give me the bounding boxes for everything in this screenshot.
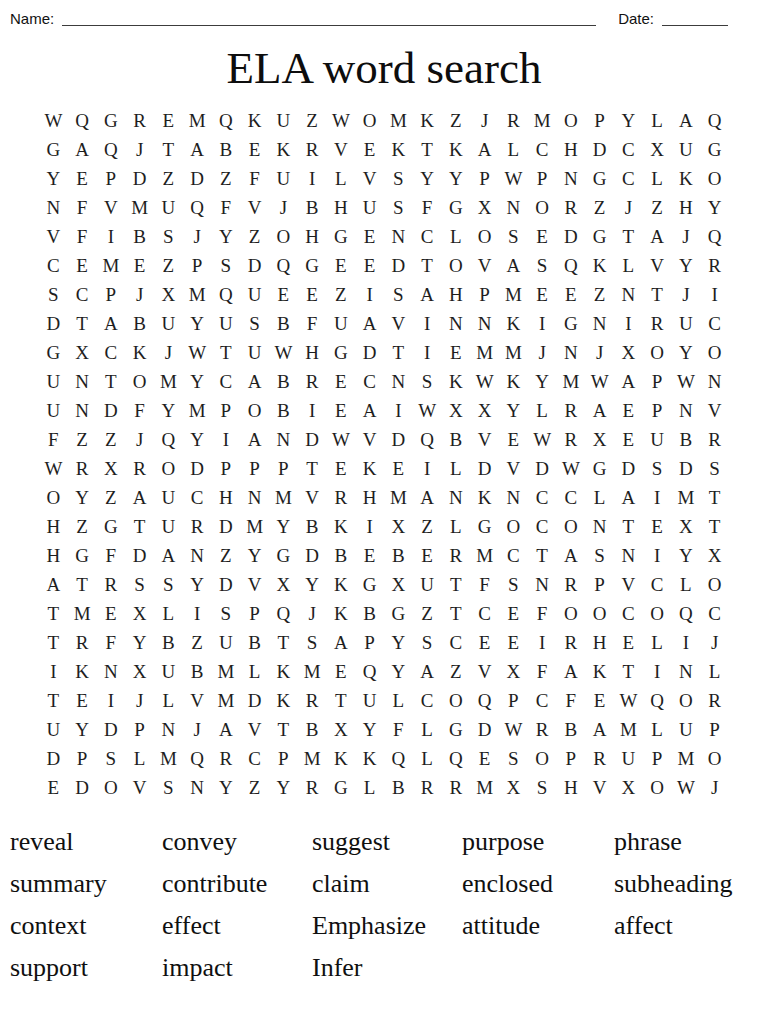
grid-cell-r1c8[interactable]: K [240, 107, 269, 136]
grid-cell-r20c10[interactable]: M [298, 658, 327, 687]
grid-cell-r8c20[interactable]: N [585, 310, 614, 339]
grid-cell-r16c23[interactable]: Y [672, 542, 701, 571]
grid-cell-r15c2[interactable]: Z [68, 513, 97, 542]
grid-cell-r21c24[interactable]: R [700, 687, 729, 716]
grid-cell-r18c11[interactable]: K [327, 600, 356, 629]
grid-cell-r24c1[interactable]: E [39, 774, 68, 803]
grid-cell-r4c14[interactable]: F [413, 194, 442, 223]
grid-cell-r24c14[interactable]: R [413, 774, 442, 803]
grid-cell-r20c7[interactable]: M [212, 658, 241, 687]
grid-cell-r11c4[interactable]: F [125, 397, 154, 426]
grid-cell-r19c15[interactable]: C [442, 629, 471, 658]
grid-cell-r16c20[interactable]: S [585, 542, 614, 571]
grid-cell-r20c15[interactable]: Z [442, 658, 471, 687]
grid-cell-r2c1[interactable]: G [39, 136, 68, 165]
grid-cell-r7c1[interactable]: S [39, 281, 68, 310]
grid-cell-r24c21[interactable]: X [614, 774, 643, 803]
grid-cell-r5c9[interactable]: O [269, 223, 298, 252]
grid-cell-r23c21[interactable]: U [614, 745, 643, 774]
grid-cell-r10c14[interactable]: S [413, 368, 442, 397]
grid-cell-r6c18[interactable]: S [528, 252, 557, 281]
grid-cell-r9c5[interactable]: J [154, 339, 183, 368]
grid-cell-r14c22[interactable]: I [643, 484, 672, 513]
grid-cell-r2c24[interactable]: G [700, 136, 729, 165]
grid-cell-r24c22[interactable]: O [643, 774, 672, 803]
grid-cell-r7c14[interactable]: A [413, 281, 442, 310]
grid-cell-r12c7[interactable]: I [212, 426, 241, 455]
grid-cell-r24c23[interactable]: W [672, 774, 701, 803]
grid-cell-r17c14[interactable]: U [413, 571, 442, 600]
grid-cell-r24c13[interactable]: B [384, 774, 413, 803]
grid-cell-r20c2[interactable]: K [68, 658, 97, 687]
grid-cell-r21c3[interactable]: I [97, 687, 126, 716]
grid-cell-r17c16[interactable]: F [470, 571, 499, 600]
grid-cell-r24c10[interactable]: R [298, 774, 327, 803]
grid-cell-r9c20[interactable]: J [585, 339, 614, 368]
grid-cell-r17c23[interactable]: L [672, 571, 701, 600]
grid-cell-r5c19[interactable]: D [557, 223, 586, 252]
grid-cell-r19c2[interactable]: R [68, 629, 97, 658]
grid-cell-r15c9[interactable]: Y [269, 513, 298, 542]
grid-cell-r11c14[interactable]: W [413, 397, 442, 426]
grid-cell-r17c2[interactable]: T [68, 571, 97, 600]
grid-cell-r13c11[interactable]: E [327, 455, 356, 484]
grid-cell-r22c18[interactable]: R [528, 716, 557, 745]
grid-cell-r12c18[interactable]: W [528, 426, 557, 455]
grid-cell-r14c1[interactable]: O [39, 484, 68, 513]
grid-cell-r2c2[interactable]: A [68, 136, 97, 165]
grid-cell-r10c15[interactable]: K [442, 368, 471, 397]
grid-cell-r22c9[interactable]: T [269, 716, 298, 745]
grid-cell-r22c11[interactable]: X [327, 716, 356, 745]
grid-cell-r22c4[interactable]: P [125, 716, 154, 745]
grid-cell-r21c4[interactable]: J [125, 687, 154, 716]
grid-cell-r16c6[interactable]: N [183, 542, 212, 571]
grid-cell-r15c13[interactable]: X [384, 513, 413, 542]
grid-cell-r22c3[interactable]: D [97, 716, 126, 745]
grid-cell-r22c1[interactable]: U [39, 716, 68, 745]
grid-cell-r13c9[interactable]: P [269, 455, 298, 484]
grid-cell-r19c5[interactable]: B [154, 629, 183, 658]
grid-cell-r14c24[interactable]: T [700, 484, 729, 513]
grid-cell-r5c14[interactable]: C [413, 223, 442, 252]
grid-cell-r5c1[interactable]: V [39, 223, 68, 252]
grid-cell-r18c8[interactable]: P [240, 600, 269, 629]
grid-cell-r14c20[interactable]: L [585, 484, 614, 513]
grid-cell-r10c11[interactable]: E [327, 368, 356, 397]
grid-cell-r7c4[interactable]: J [125, 281, 154, 310]
grid-cell-r12c23[interactable]: B [672, 426, 701, 455]
grid-cell-r23c7[interactable]: R [212, 745, 241, 774]
grid-cell-r2c5[interactable]: T [154, 136, 183, 165]
grid-cell-r14c7[interactable]: H [212, 484, 241, 513]
grid-cell-r24c16[interactable]: M [470, 774, 499, 803]
grid-cell-r12c1[interactable]: F [39, 426, 68, 455]
grid-cell-r4c13[interactable]: S [384, 194, 413, 223]
grid-cell-r13c2[interactable]: R [68, 455, 97, 484]
grid-cell-r3c9[interactable]: U [269, 165, 298, 194]
grid-cell-r9c12[interactable]: D [355, 339, 384, 368]
grid-cell-r20c17[interactable]: X [499, 658, 528, 687]
grid-cell-r12c6[interactable]: Y [183, 426, 212, 455]
grid-cell-r8c12[interactable]: A [355, 310, 384, 339]
grid-cell-r16c5[interactable]: A [154, 542, 183, 571]
grid-cell-r9c11[interactable]: G [327, 339, 356, 368]
grid-cell-r1c18[interactable]: M [528, 107, 557, 136]
grid-cell-r11c16[interactable]: X [470, 397, 499, 426]
grid-cell-r17c8[interactable]: V [240, 571, 269, 600]
grid-cell-r16c22[interactable]: I [643, 542, 672, 571]
grid-cell-r10c2[interactable]: N [68, 368, 97, 397]
grid-cell-r12c10[interactable]: D [298, 426, 327, 455]
grid-cell-r21c11[interactable]: T [327, 687, 356, 716]
grid-cell-r9c23[interactable]: Y [672, 339, 701, 368]
grid-cell-r24c9[interactable]: Y [269, 774, 298, 803]
grid-cell-r23c10[interactable]: M [298, 745, 327, 774]
grid-cell-r22c20[interactable]: A [585, 716, 614, 745]
grid-cell-r13c21[interactable]: D [614, 455, 643, 484]
grid-cell-r7c3[interactable]: P [97, 281, 126, 310]
grid-cell-r5c17[interactable]: S [499, 223, 528, 252]
grid-cell-r8c19[interactable]: G [557, 310, 586, 339]
grid-cell-r8c3[interactable]: A [97, 310, 126, 339]
grid-cell-r3c18[interactable]: P [528, 165, 557, 194]
grid-cell-r12c24[interactable]: R [700, 426, 729, 455]
grid-cell-r4c12[interactable]: U [355, 194, 384, 223]
grid-cell-r17c22[interactable]: C [643, 571, 672, 600]
grid-cell-r13c8[interactable]: P [240, 455, 269, 484]
grid-cell-r13c17[interactable]: V [499, 455, 528, 484]
grid-cell-r19c21[interactable]: E [614, 629, 643, 658]
grid-cell-r17c24[interactable]: O [700, 571, 729, 600]
grid-cell-r23c14[interactable]: L [413, 745, 442, 774]
grid-cell-r21c15[interactable]: O [442, 687, 471, 716]
grid-cell-r8c13[interactable]: V [384, 310, 413, 339]
grid-cell-r14c8[interactable]: N [240, 484, 269, 513]
grid-cell-r17c18[interactable]: N [528, 571, 557, 600]
grid-cell-r19c13[interactable]: Y [384, 629, 413, 658]
grid-cell-r18c14[interactable]: Z [413, 600, 442, 629]
grid-cell-r11c1[interactable]: U [39, 397, 68, 426]
grid-cell-r7c7[interactable]: Q [212, 281, 241, 310]
grid-cell-r3c7[interactable]: Z [212, 165, 241, 194]
grid-cell-r14c9[interactable]: M [269, 484, 298, 513]
grid-cell-r8c18[interactable]: I [528, 310, 557, 339]
grid-cell-r18c15[interactable]: T [442, 600, 471, 629]
grid-cell-r3c11[interactable]: L [327, 165, 356, 194]
grid-cell-r17c20[interactable]: P [585, 571, 614, 600]
grid-cell-r1c9[interactable]: U [269, 107, 298, 136]
grid-cell-r19c10[interactable]: S [298, 629, 327, 658]
grid-cell-r3c6[interactable]: D [183, 165, 212, 194]
grid-cell-r24c17[interactable]: X [499, 774, 528, 803]
grid-cell-r4c20[interactable]: Z [585, 194, 614, 223]
grid-cell-r7c11[interactable]: Z [327, 281, 356, 310]
grid-cell-r10c13[interactable]: N [384, 368, 413, 397]
grid-cell-r1c2[interactable]: Q [68, 107, 97, 136]
grid-cell-r1c20[interactable]: P [585, 107, 614, 136]
grid-cell-r13c10[interactable]: T [298, 455, 327, 484]
grid-cell-r1c5[interactable]: E [154, 107, 183, 136]
grid-cell-r4c22[interactable]: Z [643, 194, 672, 223]
grid-cell-r16c18[interactable]: T [528, 542, 557, 571]
grid-cell-r7c20[interactable]: Z [585, 281, 614, 310]
grid-cell-r20c22[interactable]: I [643, 658, 672, 687]
grid-cell-r24c24[interactable]: J [700, 774, 729, 803]
grid-cell-r4c18[interactable]: O [528, 194, 557, 223]
grid-cell-r2c12[interactable]: E [355, 136, 384, 165]
grid-cell-r4c5[interactable]: U [154, 194, 183, 223]
grid-cell-r24c20[interactable]: V [585, 774, 614, 803]
grid-cell-r6c11[interactable]: E [327, 252, 356, 281]
grid-cell-r8c16[interactable]: N [470, 310, 499, 339]
grid-cell-r11c8[interactable]: O [240, 397, 269, 426]
grid-cell-r20c11[interactable]: E [327, 658, 356, 687]
grid-cell-r23c3[interactable]: S [97, 745, 126, 774]
grid-cell-r21c22[interactable]: Q [643, 687, 672, 716]
grid-cell-r16c8[interactable]: Y [240, 542, 269, 571]
grid-cell-r15c20[interactable]: N [585, 513, 614, 542]
grid-cell-r16c1[interactable]: H [39, 542, 68, 571]
grid-cell-r6c22[interactable]: V [643, 252, 672, 281]
grid-cell-r22c7[interactable]: A [212, 716, 241, 745]
grid-cell-r22c23[interactable]: U [672, 716, 701, 745]
grid-cell-r18c17[interactable]: E [499, 600, 528, 629]
grid-cell-r22c13[interactable]: F [384, 716, 413, 745]
grid-cell-r2c18[interactable]: C [528, 136, 557, 165]
grid-cell-r5c20[interactable]: G [585, 223, 614, 252]
grid-cell-r7c19[interactable]: E [557, 281, 586, 310]
grid-cell-r22c8[interactable]: V [240, 716, 269, 745]
grid-cell-r1c12[interactable]: O [355, 107, 384, 136]
grid-cell-r10c16[interactable]: W [470, 368, 499, 397]
grid-cell-r19c1[interactable]: T [39, 629, 68, 658]
grid-cell-r5c13[interactable]: N [384, 223, 413, 252]
grid-cell-r11c20[interactable]: A [585, 397, 614, 426]
grid-cell-r20c20[interactable]: K [585, 658, 614, 687]
grid-cell-r2c6[interactable]: A [183, 136, 212, 165]
grid-cell-r9c9[interactable]: W [269, 339, 298, 368]
grid-cell-r21c2[interactable]: E [68, 687, 97, 716]
grid-cell-r9c1[interactable]: G [39, 339, 68, 368]
grid-cell-r8c24[interactable]: C [700, 310, 729, 339]
grid-cell-r2c19[interactable]: H [557, 136, 586, 165]
grid-cell-r12c14[interactable]: Q [413, 426, 442, 455]
grid-cell-r10c23[interactable]: W [672, 368, 701, 397]
grid-cell-r23c5[interactable]: M [154, 745, 183, 774]
grid-cell-r9c13[interactable]: T [384, 339, 413, 368]
grid-cell-r2c8[interactable]: E [240, 136, 269, 165]
grid-cell-r20c14[interactable]: A [413, 658, 442, 687]
grid-cell-r3c19[interactable]: N [557, 165, 586, 194]
grid-cell-r11c15[interactable]: X [442, 397, 471, 426]
grid-cell-r9c3[interactable]: C [97, 339, 126, 368]
grid-cell-r9c10[interactable]: H [298, 339, 327, 368]
grid-cell-r20c4[interactable]: X [125, 658, 154, 687]
grid-cell-r15c11[interactable]: K [327, 513, 356, 542]
grid-cell-r8c15[interactable]: N [442, 310, 471, 339]
grid-cell-r19c7[interactable]: U [212, 629, 241, 658]
grid-cell-r23c13[interactable]: Q [384, 745, 413, 774]
grid-cell-r9c4[interactable]: K [125, 339, 154, 368]
grid-cell-r18c24[interactable]: C [700, 600, 729, 629]
grid-cell-r19c16[interactable]: E [470, 629, 499, 658]
grid-cell-r15c7[interactable]: D [212, 513, 241, 542]
grid-cell-r12c2[interactable]: Z [68, 426, 97, 455]
grid-cell-r22c2[interactable]: Y [68, 716, 97, 745]
grid-cell-r12c15[interactable]: B [442, 426, 471, 455]
grid-cell-r6c9[interactable]: Q [269, 252, 298, 281]
grid-cell-r3c8[interactable]: F [240, 165, 269, 194]
grid-cell-r14c13[interactable]: M [384, 484, 413, 513]
grid-cell-r11c22[interactable]: P [643, 397, 672, 426]
grid-cell-r12c12[interactable]: V [355, 426, 384, 455]
grid-cell-r17c6[interactable]: Y [183, 571, 212, 600]
grid-cell-r1c16[interactable]: J [470, 107, 499, 136]
grid-cell-r5c2[interactable]: F [68, 223, 97, 252]
grid-cell-r8c4[interactable]: B [125, 310, 154, 339]
grid-cell-r23c8[interactable]: C [240, 745, 269, 774]
grid-cell-r14c17[interactable]: N [499, 484, 528, 513]
grid-cell-r13c4[interactable]: R [125, 455, 154, 484]
grid-cell-r13c20[interactable]: G [585, 455, 614, 484]
grid-cell-r8c10[interactable]: F [298, 310, 327, 339]
grid-cell-r13c7[interactable]: P [212, 455, 241, 484]
grid-cell-r21c5[interactable]: L [154, 687, 183, 716]
grid-cell-r14c6[interactable]: C [183, 484, 212, 513]
grid-cell-r15c6[interactable]: R [183, 513, 212, 542]
grid-cell-r4c24[interactable]: Y [700, 194, 729, 223]
grid-cell-r17c11[interactable]: K [327, 571, 356, 600]
grid-cell-r6c17[interactable]: A [499, 252, 528, 281]
grid-cell-r4c10[interactable]: B [298, 194, 327, 223]
grid-cell-r9c22[interactable]: O [643, 339, 672, 368]
grid-cell-r6c23[interactable]: Y [672, 252, 701, 281]
grid-cell-r23c12[interactable]: K [355, 745, 384, 774]
grid-cell-r7c21[interactable]: N [614, 281, 643, 310]
grid-cell-r22c16[interactable]: D [470, 716, 499, 745]
grid-cell-r24c19[interactable]: H [557, 774, 586, 803]
grid-cell-r16c19[interactable]: A [557, 542, 586, 571]
grid-cell-r9c16[interactable]: M [470, 339, 499, 368]
grid-cell-r7c6[interactable]: M [183, 281, 212, 310]
grid-cell-r7c23[interactable]: J [672, 281, 701, 310]
grid-cell-r11c2[interactable]: N [68, 397, 97, 426]
grid-cell-r9c17[interactable]: M [499, 339, 528, 368]
grid-cell-r19c17[interactable]: E [499, 629, 528, 658]
grid-cell-r3c12[interactable]: V [355, 165, 384, 194]
grid-cell-r8c9[interactable]: B [269, 310, 298, 339]
grid-cell-r16c3[interactable]: F [97, 542, 126, 571]
grid-cell-r15c3[interactable]: G [97, 513, 126, 542]
grid-cell-r21c16[interactable]: Q [470, 687, 499, 716]
grid-cell-r3c17[interactable]: W [499, 165, 528, 194]
grid-cell-r11c3[interactable]: D [97, 397, 126, 426]
grid-cell-r23c1[interactable]: D [39, 745, 68, 774]
grid-cell-r13c5[interactable]: O [154, 455, 183, 484]
grid-cell-r20c1[interactable]: I [39, 658, 68, 687]
grid-cell-r9c19[interactable]: N [557, 339, 586, 368]
grid-cell-r8c7[interactable]: U [212, 310, 241, 339]
grid-cell-r6c6[interactable]: P [183, 252, 212, 281]
grid-cell-r5c22[interactable]: A [643, 223, 672, 252]
grid-cell-r14c16[interactable]: K [470, 484, 499, 513]
grid-cell-r4c7[interactable]: F [212, 194, 241, 223]
grid-cell-r14c5[interactable]: U [154, 484, 183, 513]
grid-cell-r3c15[interactable]: Y [442, 165, 471, 194]
grid-cell-r10c9[interactable]: B [269, 368, 298, 397]
grid-cell-r3c1[interactable]: Y [39, 165, 68, 194]
grid-cell-r16c10[interactable]: D [298, 542, 327, 571]
grid-cell-r4c21[interactable]: J [614, 194, 643, 223]
grid-cell-r8c11[interactable]: U [327, 310, 356, 339]
grid-cell-r19c20[interactable]: H [585, 629, 614, 658]
grid-cell-r2c11[interactable]: V [327, 136, 356, 165]
grid-cell-r24c5[interactable]: S [154, 774, 183, 803]
grid-cell-r9c24[interactable]: O [700, 339, 729, 368]
grid-cell-r15c4[interactable]: T [125, 513, 154, 542]
grid-cell-r20c8[interactable]: L [240, 658, 269, 687]
grid-cell-r12c19[interactable]: R [557, 426, 586, 455]
grid-cell-r6c7[interactable]: S [212, 252, 241, 281]
grid-cell-r18c13[interactable]: G [384, 600, 413, 629]
grid-cell-r16c21[interactable]: N [614, 542, 643, 571]
grid-cell-r22c6[interactable]: J [183, 716, 212, 745]
grid-cell-r8c6[interactable]: Y [183, 310, 212, 339]
grid-cell-r18c9[interactable]: Q [269, 600, 298, 629]
grid-cell-r5c3[interactable]: I [97, 223, 126, 252]
grid-cell-r3c3[interactable]: P [97, 165, 126, 194]
grid-cell-r11c10[interactable]: I [298, 397, 327, 426]
grid-cell-r12c11[interactable]: W [327, 426, 356, 455]
grid-cell-r3c23[interactable]: K [672, 165, 701, 194]
grid-cell-r17c7[interactable]: D [212, 571, 241, 600]
grid-cell-r16c12[interactable]: E [355, 542, 384, 571]
grid-cell-r4c4[interactable]: M [125, 194, 154, 223]
grid-cell-r18c22[interactable]: O [643, 600, 672, 629]
grid-cell-r10c3[interactable]: T [97, 368, 126, 397]
grid-cell-r11c19[interactable]: R [557, 397, 586, 426]
grid-cell-r7c9[interactable]: E [269, 281, 298, 310]
grid-cell-r24c18[interactable]: S [528, 774, 557, 803]
grid-cell-r6c12[interactable]: E [355, 252, 384, 281]
grid-cell-r21c10[interactable]: R [298, 687, 327, 716]
grid-cell-r5c15[interactable]: L [442, 223, 471, 252]
grid-cell-r20c6[interactable]: B [183, 658, 212, 687]
grid-cell-r6c14[interactable]: T [413, 252, 442, 281]
grid-cell-r9c15[interactable]: E [442, 339, 471, 368]
grid-cell-r9c7[interactable]: T [212, 339, 241, 368]
grid-cell-r1c21[interactable]: Y [614, 107, 643, 136]
grid-cell-r4c19[interactable]: R [557, 194, 586, 223]
grid-cell-r12c22[interactable]: U [643, 426, 672, 455]
grid-cell-r1c11[interactable]: W [327, 107, 356, 136]
grid-cell-r19c22[interactable]: L [643, 629, 672, 658]
grid-cell-r17c1[interactable]: A [39, 571, 68, 600]
grid-cell-r10c20[interactable]: W [585, 368, 614, 397]
grid-cell-r20c3[interactable]: N [97, 658, 126, 687]
grid-cell-r22c17[interactable]: W [499, 716, 528, 745]
grid-cell-r24c7[interactable]: Y [212, 774, 241, 803]
grid-cell-r13c19[interactable]: W [557, 455, 586, 484]
grid-cell-r7c18[interactable]: E [528, 281, 557, 310]
grid-cell-r24c15[interactable]: R [442, 774, 471, 803]
grid-cell-r18c18[interactable]: F [528, 600, 557, 629]
grid-cell-r13c14[interactable]: I [413, 455, 442, 484]
grid-cell-r3c22[interactable]: L [643, 165, 672, 194]
grid-cell-r7c8[interactable]: U [240, 281, 269, 310]
grid-cell-r10c24[interactable]: N [700, 368, 729, 397]
